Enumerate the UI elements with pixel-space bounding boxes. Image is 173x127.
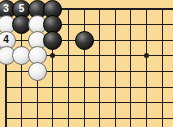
grid-line-vertical xyxy=(130,8,131,127)
grid-line-horizontal xyxy=(5,118,173,119)
grid-line-horizontal xyxy=(5,87,173,88)
go-board[interactable]: 354 xyxy=(0,0,173,127)
grid-line-vertical xyxy=(68,8,69,127)
star-point xyxy=(144,53,149,58)
grid-line-horizontal xyxy=(5,102,173,103)
black-stone[interactable] xyxy=(43,31,62,50)
move-number-label: 3 xyxy=(3,4,9,14)
grid-line-vertical xyxy=(146,8,147,127)
black-stone[interactable] xyxy=(75,31,94,50)
grid-line-vertical xyxy=(99,8,100,127)
grid-line-vertical xyxy=(84,8,85,127)
move-number-label: 4 xyxy=(3,35,9,45)
grid-line-vertical xyxy=(162,8,163,127)
move-number-label: 5 xyxy=(19,4,25,14)
white-stone[interactable] xyxy=(28,62,47,81)
star-point xyxy=(50,53,55,58)
grid-line-vertical xyxy=(115,8,116,127)
